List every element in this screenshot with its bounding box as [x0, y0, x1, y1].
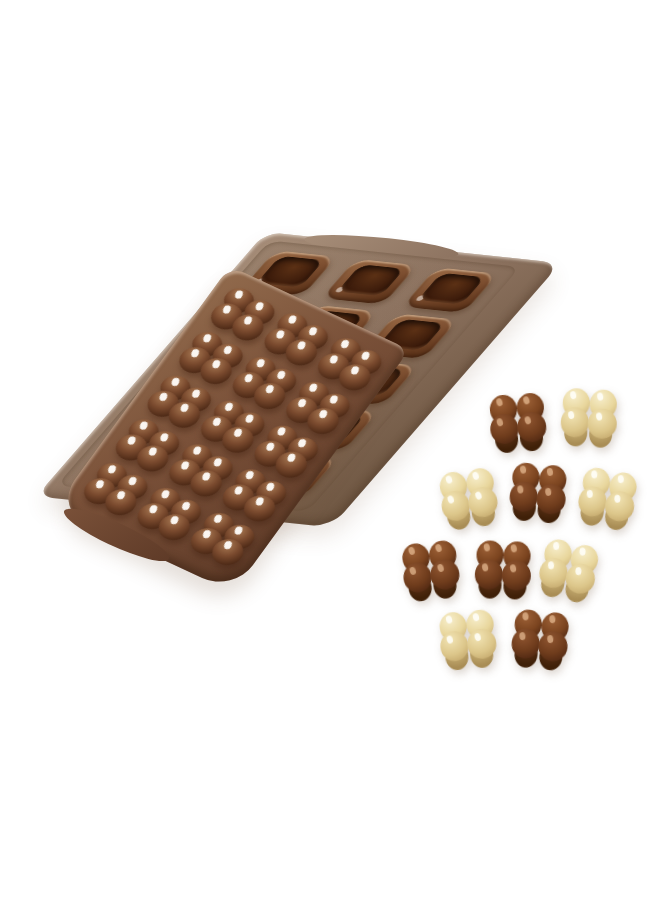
chocolate-piece-milk [488, 390, 548, 458]
loose-chocolates [0, 0, 660, 900]
product-photo [0, 0, 660, 900]
chocolate-piece-white [437, 464, 501, 535]
chocolate-piece-milk [474, 538, 532, 604]
chocolate-sphere [587, 408, 618, 439]
chocolate-piece-white [559, 386, 618, 453]
chocolate-piece-white [437, 607, 498, 676]
chocolate-piece-white [574, 464, 640, 537]
chocolate-piece-milk [507, 460, 568, 529]
chocolate-piece-white [534, 535, 602, 609]
chocolate-piece-milk [400, 537, 462, 607]
chocolate-piece-milk [509, 606, 571, 676]
chocolate-sphere [501, 560, 531, 591]
